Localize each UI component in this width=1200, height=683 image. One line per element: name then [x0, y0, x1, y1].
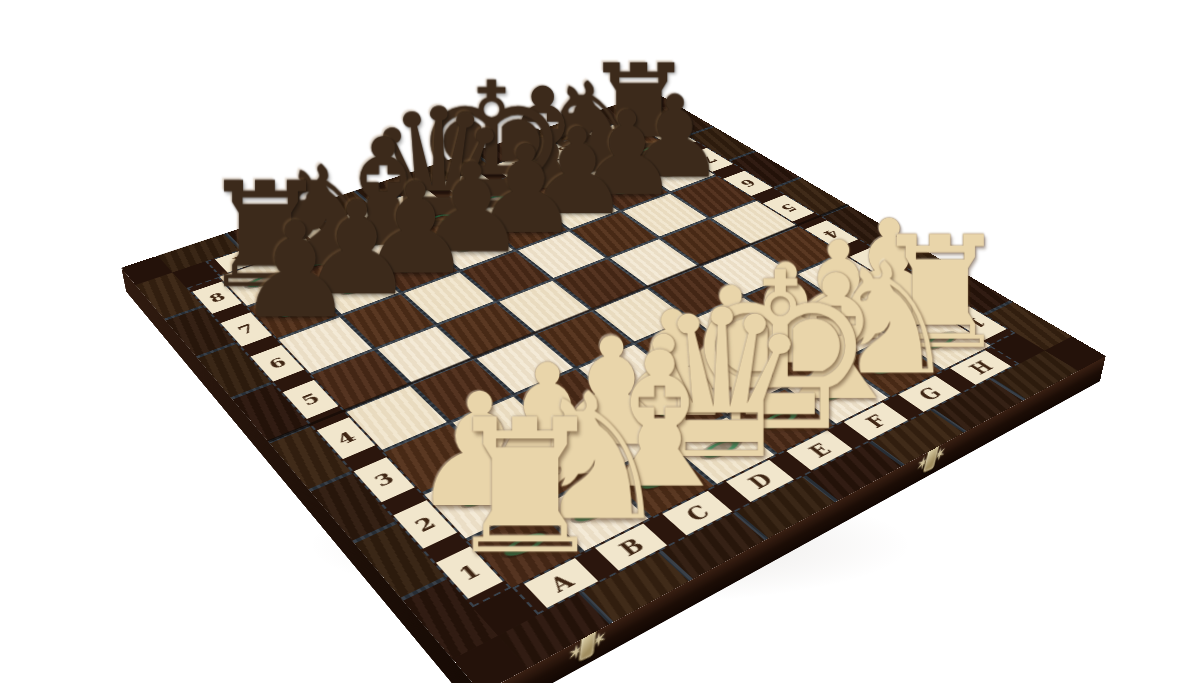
clasp-buckle: [578, 627, 597, 662]
scene-3d: ABCDEFGH ABCDEFGH 87654321 87654321 ♜♞♝♛…: [0, 0, 1200, 683]
chess-board: ABCDEFGH ABCDEFGH 87654321 87654321 ♜♞♝♛…: [121, 92, 1106, 683]
photo-stage: ABCDEFGH ABCDEFGH 87654321 87654321 ♜♞♝♛…: [0, 0, 1200, 683]
